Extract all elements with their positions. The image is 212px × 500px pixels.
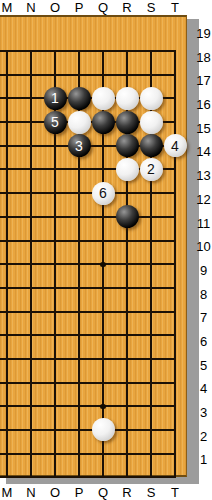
intersection-N10[interactable] <box>19 252 43 276</box>
move-number: 6 <box>99 186 107 200</box>
intersection-O18[interactable] <box>43 63 67 87</box>
intersection-N9[interactable] <box>19 276 43 300</box>
intersection-Q16[interactable] <box>91 110 115 134</box>
intersection-O4[interactable] <box>43 394 67 418</box>
intersection-S6[interactable] <box>139 347 163 371</box>
intersection-P18[interactable] <box>67 63 91 87</box>
intersection-T4[interactable] <box>163 394 187 418</box>
intersection-S4[interactable] <box>139 394 163 418</box>
intersection-P5[interactable] <box>67 371 91 395</box>
black-stone-P17[interactable] <box>68 87 91 110</box>
go-diagram: 153426 MMNNOOPPQQRRSSTT19181716151413121… <box>0 0 212 500</box>
intersection-P3[interactable] <box>67 418 91 442</box>
intersection-N4[interactable] <box>19 394 43 418</box>
intersection-O2[interactable] <box>43 442 67 466</box>
row-label-15: 15 <box>195 117 212 141</box>
intersection-P14[interactable] <box>67 158 91 182</box>
intersection-T12[interactable] <box>163 205 187 229</box>
intersection-P7[interactable] <box>67 323 91 347</box>
black-stone-O16[interactable]: 5 <box>44 111 67 134</box>
board-grid: 153426 <box>0 39 187 489</box>
row-label-18: 18 <box>195 46 212 70</box>
star-point-Q10 <box>100 262 106 268</box>
move-number: 1 <box>51 91 59 105</box>
intersection-M12[interactable] <box>0 205 19 229</box>
intersection-M13[interactable] <box>0 181 19 205</box>
white-stone-T15[interactable]: 4 <box>164 134 187 157</box>
intersection-N5[interactable] <box>19 371 43 395</box>
col-label-bottom-M: M <box>0 486 19 500</box>
intersection-P17[interactable] <box>67 87 91 111</box>
intersection-O12[interactable] <box>43 205 67 229</box>
intersection-S15[interactable] <box>139 134 163 158</box>
intersection-P9[interactable] <box>67 276 91 300</box>
intersection-M3[interactable] <box>0 418 19 442</box>
intersection-T3[interactable] <box>163 418 187 442</box>
intersection-S9[interactable] <box>139 276 163 300</box>
intersection-R10[interactable] <box>115 252 139 276</box>
col-label-top-M: M <box>0 1 19 15</box>
intersection-S18[interactable] <box>139 63 163 87</box>
intersection-P19[interactable] <box>67 39 91 63</box>
intersection-O6[interactable] <box>43 347 67 371</box>
black-stone-S15[interactable] <box>140 134 163 157</box>
intersection-S13[interactable] <box>139 181 163 205</box>
intersection-N13[interactable] <box>19 181 43 205</box>
intersection-R14[interactable] <box>115 158 139 182</box>
col-label-top-O: O <box>43 1 67 15</box>
intersection-R16[interactable] <box>115 110 139 134</box>
intersection-Q8[interactable] <box>91 300 115 324</box>
row-label-9: 9 <box>195 259 212 283</box>
intersection-P2[interactable] <box>67 442 91 466</box>
col-label-top-R: R <box>115 1 139 15</box>
row-label-3: 3 <box>195 401 212 425</box>
intersection-M14[interactable] <box>0 158 19 182</box>
white-stone-Q17[interactable] <box>92 87 115 110</box>
intersection-M7[interactable] <box>0 323 19 347</box>
row-label-12: 12 <box>195 188 212 212</box>
intersection-M4[interactable] <box>0 394 19 418</box>
white-stone-S16[interactable] <box>140 111 163 134</box>
intersection-S5[interactable] <box>139 371 163 395</box>
intersection-T6[interactable] <box>163 347 187 371</box>
intersection-M5[interactable] <box>0 371 19 395</box>
row-label-2: 2 <box>195 425 212 449</box>
intersection-T7[interactable] <box>163 323 187 347</box>
intersection-S16[interactable] <box>139 110 163 134</box>
intersection-P16[interactable] <box>67 110 91 134</box>
intersection-Q10[interactable] <box>91 252 115 276</box>
intersection-S12[interactable] <box>139 205 163 229</box>
intersection-T2[interactable] <box>163 442 187 466</box>
intersection-T19[interactable] <box>163 39 187 63</box>
go-board: 153426 <box>0 15 187 477</box>
row-label-16: 16 <box>195 93 212 117</box>
intersection-R2[interactable] <box>115 442 139 466</box>
intersection-T10[interactable] <box>163 252 187 276</box>
intersection-N8[interactable] <box>19 300 43 324</box>
intersection-P6[interactable] <box>67 347 91 371</box>
row-label-17: 17 <box>195 69 212 93</box>
col-label-bottom-S: S <box>139 486 163 500</box>
row-label-14: 14 <box>195 140 212 164</box>
intersection-M9[interactable] <box>0 276 19 300</box>
intersection-O16[interactable]: 5 <box>43 110 67 134</box>
intersection-O9[interactable] <box>43 276 67 300</box>
intersection-N11[interactable] <box>19 229 43 253</box>
row-label-11: 11 <box>195 212 212 236</box>
row-label-6: 6 <box>195 330 212 354</box>
row-label-7: 7 <box>195 306 212 330</box>
intersection-O8[interactable] <box>43 300 67 324</box>
intersection-P12[interactable] <box>67 205 91 229</box>
col-label-bottom-T: T <box>163 486 187 500</box>
intersection-Q13[interactable]: 6 <box>91 181 115 205</box>
intersection-O13[interactable] <box>43 181 67 205</box>
intersection-Q15[interactable] <box>91 134 115 158</box>
white-stone-S14[interactable]: 2 <box>140 158 163 181</box>
intersection-O10[interactable] <box>43 252 67 276</box>
white-stone-R17[interactable] <box>116 87 139 110</box>
intersection-T18[interactable] <box>163 63 187 87</box>
intersection-N14[interactable] <box>19 158 43 182</box>
intersection-P10[interactable] <box>67 252 91 276</box>
intersection-T8[interactable] <box>163 300 187 324</box>
black-stone-R16[interactable] <box>116 111 139 134</box>
row-label-10: 10 <box>195 235 212 259</box>
intersection-N19[interactable] <box>19 39 43 63</box>
intersection-N15[interactable] <box>19 134 43 158</box>
intersection-S14[interactable]: 2 <box>139 158 163 182</box>
intersection-M18[interactable] <box>0 63 19 87</box>
intersection-N7[interactable] <box>19 323 43 347</box>
intersection-S11[interactable] <box>139 229 163 253</box>
intersection-N16[interactable] <box>19 110 43 134</box>
col-label-bottom-N: N <box>19 486 43 500</box>
intersection-O3[interactable] <box>43 418 67 442</box>
intersection-R13[interactable] <box>115 181 139 205</box>
row-label-19: 19 <box>195 22 212 46</box>
intersection-P15[interactable]: 3 <box>67 134 91 158</box>
intersection-P13[interactable] <box>67 181 91 205</box>
intersection-Q19[interactable] <box>91 39 115 63</box>
col-label-bottom-P: P <box>67 486 91 500</box>
intersection-Q14[interactable] <box>91 158 115 182</box>
black-stone-Q16[interactable] <box>92 111 115 134</box>
intersection-O5[interactable] <box>43 371 67 395</box>
intersection-Q18[interactable] <box>91 63 115 87</box>
intersection-S3[interactable] <box>139 418 163 442</box>
black-stone-R15[interactable] <box>116 134 139 157</box>
intersection-R8[interactable] <box>115 300 139 324</box>
intersection-Q6[interactable] <box>91 347 115 371</box>
intersection-O11[interactable] <box>43 229 67 253</box>
intersection-T5[interactable] <box>163 371 187 395</box>
intersection-Q7[interactable] <box>91 323 115 347</box>
intersection-Q3[interactable] <box>91 418 115 442</box>
white-stone-Q3[interactable] <box>92 418 115 441</box>
intersection-O19[interactable] <box>43 39 67 63</box>
col-label-top-P: P <box>67 1 91 15</box>
intersection-R12[interactable] <box>115 205 139 229</box>
white-stone-P16[interactable] <box>68 111 91 134</box>
intersection-Q17[interactable] <box>91 87 115 111</box>
intersection-R19[interactable] <box>115 39 139 63</box>
col-label-bottom-O: O <box>43 486 67 500</box>
intersection-R6[interactable] <box>115 347 139 371</box>
intersection-Q2[interactable] <box>91 442 115 466</box>
intersection-Q5[interactable] <box>91 371 115 395</box>
row-label-4: 4 <box>195 377 212 401</box>
black-stone-O17[interactable]: 1 <box>44 87 67 110</box>
intersection-T14[interactable] <box>163 158 187 182</box>
intersection-R5[interactable] <box>115 371 139 395</box>
intersection-R11[interactable] <box>115 229 139 253</box>
intersection-R17[interactable] <box>115 87 139 111</box>
intersection-N2[interactable] <box>19 442 43 466</box>
intersection-N3[interactable] <box>19 418 43 442</box>
intersection-M16[interactable] <box>0 110 19 134</box>
intersection-S17[interactable] <box>139 87 163 111</box>
row-label-13: 13 <box>195 164 212 188</box>
black-stone-R12[interactable] <box>116 205 139 228</box>
move-number: 3 <box>75 139 83 153</box>
intersection-R7[interactable] <box>115 323 139 347</box>
black-stone-P15[interactable]: 3 <box>68 134 91 157</box>
white-stone-R14[interactable] <box>116 158 139 181</box>
intersection-Q4[interactable] <box>91 394 115 418</box>
move-number: 2 <box>147 162 155 176</box>
intersection-R3[interactable] <box>115 418 139 442</box>
col-label-bottom-R: R <box>115 486 139 500</box>
intersection-T15[interactable]: 4 <box>163 134 187 158</box>
intersection-P4[interactable] <box>67 394 91 418</box>
intersection-M19[interactable] <box>0 39 19 63</box>
row-label-8: 8 <box>195 283 212 307</box>
col-label-bottom-Q: Q <box>91 486 115 500</box>
move-number: 5 <box>51 115 59 129</box>
intersection-R15[interactable] <box>115 134 139 158</box>
intersection-Q12[interactable] <box>91 205 115 229</box>
intersection-Q11[interactable] <box>91 229 115 253</box>
intersection-Q9[interactable] <box>91 276 115 300</box>
intersection-R4[interactable] <box>115 394 139 418</box>
move-number: 4 <box>171 139 179 153</box>
intersection-S2[interactable] <box>139 442 163 466</box>
row-label-1: 1 <box>195 448 212 472</box>
intersection-O17[interactable]: 1 <box>43 87 67 111</box>
intersection-S10[interactable] <box>139 252 163 276</box>
col-label-top-Q: Q <box>91 1 115 15</box>
intersection-M10[interactable] <box>0 252 19 276</box>
col-label-top-T: T <box>163 1 187 15</box>
intersection-O14[interactable] <box>43 158 67 182</box>
intersection-T11[interactable] <box>163 229 187 253</box>
white-stone-S17[interactable] <box>140 87 163 110</box>
intersection-T9[interactable] <box>163 276 187 300</box>
intersection-S8[interactable] <box>139 300 163 324</box>
col-label-top-N: N <box>19 1 43 15</box>
intersection-O7[interactable] <box>43 323 67 347</box>
intersection-P11[interactable] <box>67 229 91 253</box>
intersection-O15[interactable] <box>43 134 67 158</box>
row-label-5: 5 <box>195 354 212 378</box>
intersection-M11[interactable] <box>0 229 19 253</box>
intersection-R9[interactable] <box>115 276 139 300</box>
intersection-R18[interactable] <box>115 63 139 87</box>
intersection-S7[interactable] <box>139 323 163 347</box>
intersection-M8[interactable] <box>0 300 19 324</box>
intersection-M2[interactable] <box>0 442 19 466</box>
intersection-N6[interactable] <box>19 347 43 371</box>
intersection-M6[interactable] <box>0 347 19 371</box>
intersection-T17[interactable] <box>163 87 187 111</box>
intersection-N12[interactable] <box>19 205 43 229</box>
intersection-N17[interactable] <box>19 87 43 111</box>
intersection-M15[interactable] <box>0 134 19 158</box>
intersection-S19[interactable] <box>139 39 163 63</box>
col-label-top-S: S <box>139 1 163 15</box>
star-point-Q4 <box>100 404 106 410</box>
intersection-P8[interactable] <box>67 300 91 324</box>
intersection-T13[interactable] <box>163 181 187 205</box>
intersection-N18[interactable] <box>19 63 43 87</box>
intersection-T16[interactable] <box>163 110 187 134</box>
white-stone-Q13[interactable]: 6 <box>92 182 115 205</box>
intersection-M17[interactable] <box>0 87 19 111</box>
